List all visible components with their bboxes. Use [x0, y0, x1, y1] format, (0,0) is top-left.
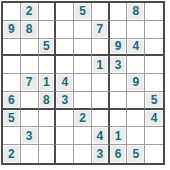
cell-r6c8[interactable]: [127, 92, 145, 110]
cell-r8c5[interactable]: [74, 127, 92, 145]
cell-r9c2[interactable]: [21, 145, 39, 163]
cell-r9c8: 5: [127, 145, 145, 163]
cell-r8c3[interactable]: [39, 127, 57, 145]
cell-r2c9[interactable]: [145, 21, 163, 39]
cell-r7c8[interactable]: [127, 110, 145, 128]
cell-r2c8[interactable]: [127, 21, 145, 39]
cell-r1c2: 2: [21, 3, 39, 21]
cell-r8c8[interactable]: [127, 127, 145, 145]
cell-r5c6[interactable]: [92, 74, 110, 92]
cell-r6c1: 6: [3, 92, 21, 110]
cell-r4c7: 3: [110, 56, 128, 74]
cell-r3c4[interactable]: [56, 39, 74, 57]
cell-r9c1: 2: [3, 145, 21, 163]
cell-r3c6[interactable]: [92, 39, 110, 57]
cell-r3c5[interactable]: [74, 39, 92, 57]
cell-r3c2[interactable]: [21, 39, 39, 57]
cell-r5c7[interactable]: [110, 74, 128, 92]
cell-r7c6[interactable]: [92, 110, 110, 128]
cell-r4c6: 1: [92, 56, 110, 74]
cell-r4c5[interactable]: [74, 56, 92, 74]
cell-r5c2: 7: [21, 74, 39, 92]
cell-r6c2[interactable]: [21, 92, 39, 110]
cell-r5c1[interactable]: [3, 74, 21, 92]
cell-r2c6: 7: [92, 21, 110, 39]
cell-r3c8: 4: [127, 39, 145, 57]
cell-r2c4[interactable]: [56, 21, 74, 39]
cell-r1c9[interactable]: [145, 3, 163, 21]
cell-r9c5[interactable]: [74, 145, 92, 163]
cell-r3c9[interactable]: [145, 39, 163, 57]
cell-r3c1[interactable]: [3, 39, 21, 57]
cell-r4c9[interactable]: [145, 56, 163, 74]
cell-r4c3[interactable]: [39, 56, 57, 74]
cell-r6c7[interactable]: [110, 92, 128, 110]
cell-r2c7[interactable]: [110, 21, 128, 39]
cell-r6c5[interactable]: [74, 92, 92, 110]
cell-r5c8: 9: [127, 74, 145, 92]
cell-r1c8: 8: [127, 3, 145, 21]
cell-r1c1[interactable]: [3, 3, 21, 21]
cell-r8c2: 3: [21, 127, 39, 145]
cell-r3c3: 5: [39, 39, 57, 57]
cell-r7c1: 5: [3, 110, 21, 128]
cell-r9c9[interactable]: [145, 145, 163, 163]
sudoku-page: 25898759413714968355243412365: [0, 0, 170, 170]
cell-r2c5[interactable]: [74, 21, 92, 39]
cell-r8c4[interactable]: [56, 127, 74, 145]
cell-r4c2[interactable]: [21, 56, 39, 74]
cell-r7c2[interactable]: [21, 110, 39, 128]
cell-r6c3: 8: [39, 92, 57, 110]
cell-r4c8[interactable]: [127, 56, 145, 74]
cell-r4c4[interactable]: [56, 56, 74, 74]
cell-r6c9: 5: [145, 92, 163, 110]
sudoku-board: 25898759413714968355243412365: [1, 1, 165, 165]
cell-r3c7: 9: [110, 39, 128, 57]
cell-r7c7[interactable]: [110, 110, 128, 128]
cell-r2c2: 8: [21, 21, 39, 39]
cell-r1c4[interactable]: [56, 3, 74, 21]
cell-r1c3[interactable]: [39, 3, 57, 21]
cell-r9c3[interactable]: [39, 145, 57, 163]
cell-r9c6: 3: [92, 145, 110, 163]
cell-r1c6[interactable]: [92, 3, 110, 21]
cell-r5c5[interactable]: [74, 74, 92, 92]
cell-r6c6[interactable]: [92, 92, 110, 110]
cell-r9c7: 6: [110, 145, 128, 163]
cell-r7c5: 2: [74, 110, 92, 128]
cell-r8c6: 4: [92, 127, 110, 145]
cell-r1c7[interactable]: [110, 3, 128, 21]
cell-r5c4: 4: [56, 74, 74, 92]
cell-r4c1[interactable]: [3, 56, 21, 74]
cell-r1c5: 5: [74, 3, 92, 21]
cell-r9c4[interactable]: [56, 145, 74, 163]
cell-r7c9: 4: [145, 110, 163, 128]
cell-r5c3: 1: [39, 74, 57, 92]
cell-r8c7: 1: [110, 127, 128, 145]
cell-r2c3[interactable]: [39, 21, 57, 39]
cell-r8c9[interactable]: [145, 127, 163, 145]
cell-r5c9[interactable]: [145, 74, 163, 92]
cell-r8c1[interactable]: [3, 127, 21, 145]
cell-r7c3[interactable]: [39, 110, 57, 128]
cell-r7c4[interactable]: [56, 110, 74, 128]
cell-r2c1: 9: [3, 21, 21, 39]
cell-r6c4: 3: [56, 92, 74, 110]
